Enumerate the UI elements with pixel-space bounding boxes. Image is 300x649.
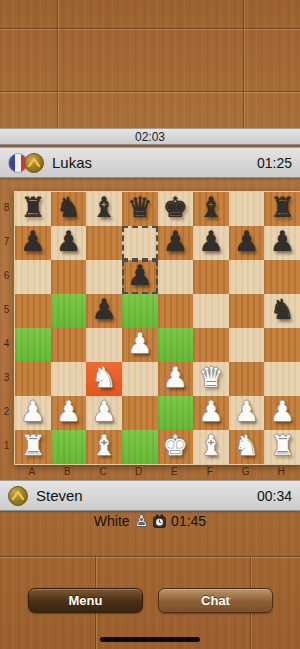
white-pawn: ♟ <box>20 398 45 426</box>
square-d2[interactable] <box>122 396 158 430</box>
white-pawn: ♟ <box>234 398 259 426</box>
game-clock-bar: 02:03 <box>0 128 300 145</box>
player-bar-black[interactable]: Lukas 01:25 <box>0 147 300 178</box>
white-knight: ♞ <box>92 364 117 392</box>
square-b2[interactable]: ♟ <box>51 396 87 430</box>
rank-label-8: 8 <box>0 191 13 225</box>
black-bishop: ♝ <box>92 194 117 222</box>
black-pawn: ♟ <box>127 262 152 290</box>
square-h6[interactable] <box>264 260 300 294</box>
file-label-C: C <box>85 465 121 478</box>
file-label-E: E <box>157 465 193 478</box>
square-c7[interactable] <box>86 226 122 260</box>
file-label-H: H <box>263 465 299 478</box>
white-rook: ♜ <box>270 432 295 460</box>
gold-crest-icon <box>8 486 28 506</box>
white-queen: ♛ <box>198 364 223 392</box>
square-b4[interactable] <box>51 328 87 362</box>
menu-button[interactable]: Menu <box>28 588 143 613</box>
rank-label-1: 1 <box>0 429 13 463</box>
square-f3[interactable]: ♛ <box>193 362 229 396</box>
square-g8[interactable] <box>229 192 265 226</box>
white-knight: ♞ <box>234 432 259 460</box>
file-label-F: F <box>192 465 228 478</box>
square-f8[interactable]: ♝ <box>193 192 229 226</box>
wood-seam <box>0 91 300 93</box>
square-g3[interactable] <box>229 362 265 396</box>
black-knight: ♞ <box>56 194 81 222</box>
black-pawn: ♟ <box>163 228 188 256</box>
square-c8[interactable]: ♝ <box>86 192 122 226</box>
square-g1[interactable]: ♞ <box>229 430 265 464</box>
square-e4[interactable] <box>158 328 194 362</box>
square-f7[interactable]: ♟ <box>193 226 229 260</box>
square-b8[interactable]: ♞ <box>51 192 87 226</box>
square-f5[interactable] <box>193 294 229 328</box>
square-c3[interactable]: ♞ <box>86 362 122 396</box>
square-a1[interactable]: ♜ <box>15 430 51 464</box>
square-h7[interactable]: ♟ <box>264 226 300 260</box>
rank-label-5: 5 <box>0 293 13 327</box>
square-e6[interactable] <box>158 260 194 294</box>
player-time-black: 01:25 <box>257 155 292 171</box>
square-d3[interactable] <box>122 362 158 396</box>
square-c6[interactable] <box>86 260 122 294</box>
square-f2[interactable]: ♟ <box>193 396 229 430</box>
black-pawn: ♟ <box>234 228 259 256</box>
turn-status: White ♙ 01:45 <box>0 511 300 531</box>
player-time-white: 00:34 <box>257 488 292 504</box>
chat-button[interactable]: Chat <box>158 588 273 613</box>
square-c5[interactable]: ♟ <box>86 294 122 328</box>
square-d7[interactable] <box>122 226 158 260</box>
square-b7[interactable]: ♟ <box>51 226 87 260</box>
chess-clock-icon <box>153 514 166 528</box>
player-name-white: Steven <box>36 487 83 504</box>
square-f6[interactable] <box>193 260 229 294</box>
square-h5[interactable]: ♞ <box>264 294 300 328</box>
square-a2[interactable]: ♟ <box>15 396 51 430</box>
square-e3[interactable]: ♟ <box>158 362 194 396</box>
square-g2[interactable]: ♟ <box>229 396 265 430</box>
white-rook: ♜ <box>20 432 45 460</box>
white-pawn: ♟ <box>270 398 295 426</box>
square-g4[interactable] <box>229 328 265 362</box>
white-pawn: ♟ <box>127 330 152 358</box>
rank-label-2: 2 <box>0 395 13 429</box>
white-pawn: ♟ <box>92 398 117 426</box>
rank-label-4: 4 <box>0 327 13 361</box>
white-bishop: ♝ <box>198 432 223 460</box>
player-bar-white[interactable]: Steven 00:34 <box>0 480 300 511</box>
square-b3[interactable] <box>51 362 87 396</box>
square-d4[interactable]: ♟ <box>122 328 158 362</box>
white-bishop: ♝ <box>92 432 117 460</box>
square-f4[interactable] <box>193 328 229 362</box>
square-a8[interactable]: ♜ <box>15 192 51 226</box>
square-h2[interactable]: ♟ <box>264 396 300 430</box>
square-d5[interactable] <box>122 294 158 328</box>
file-label-G: G <box>228 465 264 478</box>
black-rook: ♜ <box>270 194 295 222</box>
black-bishop: ♝ <box>198 194 223 222</box>
wood-seam <box>57 0 59 128</box>
rank-label-6: 6 <box>0 259 13 293</box>
square-g6[interactable] <box>229 260 265 294</box>
black-pawn: ♟ <box>92 296 117 324</box>
black-king: ♚ <box>163 194 188 222</box>
player-name-black: Lukas <box>52 154 92 171</box>
move-timer: 01:45 <box>171 513 206 529</box>
white-pawn: ♟ <box>163 364 188 392</box>
square-e1[interactable]: ♚ <box>158 430 194 464</box>
square-g7[interactable]: ♟ <box>229 226 265 260</box>
square-a3[interactable] <box>15 362 51 396</box>
chessboard: ♜♞♝♛♚♝♜♟♟♟♟♟♟♟♟♞♟♞♟♛♟♟♟♟♟♟♜♝♚♝♞♜ <box>14 191 300 465</box>
square-e5[interactable] <box>158 294 194 328</box>
square-e7[interactable]: ♟ <box>158 226 194 260</box>
square-d8[interactable]: ♛ <box>122 192 158 226</box>
rank-label-3: 3 <box>0 361 13 395</box>
file-label-D: D <box>121 465 157 478</box>
square-a4[interactable] <box>15 328 51 362</box>
board-grid: ♜♞♝♛♚♝♜♟♟♟♟♟♟♟♟♞♟♞♟♛♟♟♟♟♟♟♜♝♚♝♞♜ <box>15 192 300 464</box>
square-d1[interactable] <box>122 430 158 464</box>
square-d6[interactable]: ♟ <box>122 260 158 294</box>
square-a5[interactable] <box>15 294 51 328</box>
black-pawn: ♟ <box>20 228 45 256</box>
square-h8[interactable]: ♜ <box>264 192 300 226</box>
white-king: ♚ <box>163 432 188 460</box>
square-c4[interactable] <box>86 328 122 362</box>
wood-seam <box>0 28 300 30</box>
black-pawn: ♟ <box>198 228 223 256</box>
square-b5[interactable] <box>51 294 87 328</box>
gold-crest-icon <box>24 153 44 173</box>
black-knight: ♞ <box>270 296 295 324</box>
square-h1[interactable]: ♜ <box>264 430 300 464</box>
square-b1[interactable] <box>51 430 87 464</box>
white-pawn: ♟ <box>56 398 81 426</box>
rank-label-7: 7 <box>0 225 13 259</box>
square-a6[interactable] <box>15 260 51 294</box>
square-e8[interactable]: ♚ <box>158 192 194 226</box>
black-pawn: ♟ <box>56 228 81 256</box>
wood-seam <box>0 556 300 558</box>
square-a7[interactable]: ♟ <box>15 226 51 260</box>
black-queen: ♛ <box>127 194 152 222</box>
game-clock: 02:03 <box>135 130 165 144</box>
square-c1[interactable]: ♝ <box>86 430 122 464</box>
square-c2[interactable]: ♟ <box>86 396 122 430</box>
square-h3[interactable] <box>264 362 300 396</box>
chess-app-screen: 02:03 Lukas 01:25 ♜♞♝♛♚♝♜♟♟♟♟♟♟♟♟♞♟♞♟♛♟♟… <box>0 0 300 649</box>
square-g5[interactable] <box>229 294 265 328</box>
wood-seam <box>243 0 245 128</box>
file-label-A: A <box>14 465 50 478</box>
white-pawn-icon: ♙ <box>135 514 148 529</box>
side-to-move-label: White <box>94 513 130 529</box>
square-h4[interactable] <box>264 328 300 362</box>
black-pawn: ♟ <box>270 228 295 256</box>
square-e2[interactable] <box>158 396 194 430</box>
white-pawn: ♟ <box>198 398 223 426</box>
black-rook: ♜ <box>20 194 45 222</box>
square-f1[interactable]: ♝ <box>193 430 229 464</box>
square-b6[interactable] <box>51 260 87 294</box>
file-label-B: B <box>50 465 86 478</box>
home-indicator[interactable] <box>100 637 200 642</box>
